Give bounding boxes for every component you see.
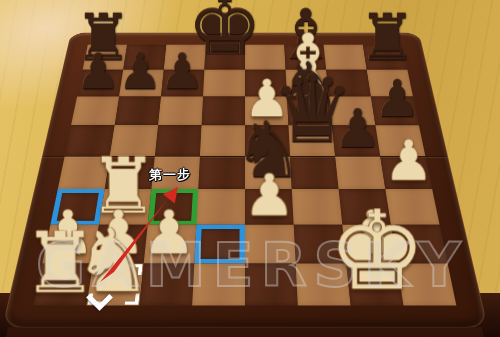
square-c7[interactable]: ♟ bbox=[161, 70, 204, 97]
chess-scene: ♜♚♝♜♟♟♟♝♟♞♟♛♟♞♟♜♟♟♟♟♟♜♞♚ GAMERSKY 第一步 bbox=[0, 0, 500, 337]
square-b7[interactable]: ♟ bbox=[119, 70, 164, 97]
black-pawn-c7[interactable]: ♟ bbox=[160, 46, 205, 96]
square-d8[interactable]: ♚ bbox=[204, 45, 245, 70]
square-c6[interactable] bbox=[158, 97, 203, 126]
move-step-label: 第一步 bbox=[149, 166, 191, 184]
black-pawn-a7[interactable]: ♟ bbox=[76, 46, 121, 96]
square-e3[interactable]: ♟ bbox=[245, 189, 294, 225]
square-a6[interactable] bbox=[71, 97, 119, 126]
square-d7[interactable] bbox=[203, 70, 245, 97]
square-c5[interactable] bbox=[155, 125, 202, 156]
square-a7[interactable]: ♟ bbox=[77, 70, 123, 97]
square-h4[interactable]: ♟ bbox=[380, 156, 432, 189]
black-rook-h8[interactable]: ♜ bbox=[358, 5, 416, 70]
square-h8[interactable]: ♜ bbox=[363, 45, 407, 70]
square-d3[interactable] bbox=[196, 189, 245, 225]
square-g4[interactable] bbox=[335, 156, 385, 189]
square-g5[interactable]: ♟ bbox=[332, 125, 380, 156]
black-pawn-g5[interactable]: ♟ bbox=[334, 102, 382, 155]
white-pawn-h4[interactable]: ♟ bbox=[384, 133, 434, 188]
black-pawn-b7[interactable]: ♟ bbox=[118, 46, 163, 96]
white-pawn-e3[interactable]: ♟ bbox=[243, 167, 295, 225]
square-b6[interactable] bbox=[115, 97, 161, 126]
